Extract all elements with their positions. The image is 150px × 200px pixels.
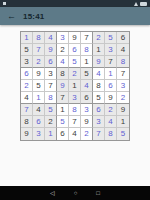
cell-r5c3[interactable]: 7 [45,80,57,92]
screen: ← 15:41 18439725657926813432645197869382… [0,0,150,200]
app-bar: ← 15:41 [0,7,150,25]
cell-r8c4[interactable]: 5 [57,116,69,128]
cell-r2c3[interactable]: 9 [45,44,57,56]
timer-title: 15:41 [23,12,44,21]
cell-r1c7[interactable]: 2 [93,32,105,44]
cell-r1c4[interactable]: 3 [57,32,69,44]
cell-r7c6[interactable]: 3 [81,104,93,116]
cell-r5c2[interactable]: 5 [33,80,45,92]
cell-r1c8[interactable]: 5 [105,32,117,44]
cell-r9c8[interactable]: 8 [105,128,117,140]
cell-r5c7[interactable]: 8 [93,80,105,92]
cell-r9c4[interactable]: 6 [57,128,69,140]
status-bar [0,0,150,7]
cell-r9c3[interactable]: 1 [45,128,57,140]
wifi-icon [134,2,138,6]
cell-r4c4[interactable]: 8 [57,68,69,80]
cell-r5c1[interactable]: 2 [21,80,33,92]
cell-r8c9[interactable]: 1 [117,116,129,128]
cell-r6c4[interactable]: 7 [57,92,69,104]
content: 1843972565792681343264519786938254172579… [0,25,150,141]
cell-r5c6[interactable]: 4 [81,80,93,92]
cell-r9c9[interactable]: 5 [117,128,129,140]
cell-r5c8[interactable]: 6 [105,80,117,92]
cell-r6c8[interactable]: 9 [105,92,117,104]
cell-r7c5[interactable]: 8 [69,104,81,116]
cell-r4c9[interactable]: 7 [117,68,129,80]
cell-r7c1[interactable]: 7 [21,104,33,116]
cell-r7c4[interactable]: 1 [57,104,69,116]
cell-r5c5[interactable]: 1 [69,80,81,92]
cell-r3c5[interactable]: 5 [69,56,81,68]
cell-r7c7[interactable]: 6 [93,104,105,116]
cell-r2c1[interactable]: 5 [21,44,33,56]
cell-r9c1[interactable]: 9 [21,128,33,140]
cell-r6c9[interactable]: 2 [117,92,129,104]
cell-r3c1[interactable]: 3 [21,56,33,68]
cell-r7c8[interactable]: 2 [105,104,117,116]
cell-r6c3[interactable]: 8 [45,92,57,104]
cell-r5c4[interactable]: 9 [57,80,69,92]
cell-r2c6[interactable]: 8 [81,44,93,56]
cell-r8c6[interactable]: 9 [81,116,93,128]
cell-r3c7[interactable]: 9 [93,56,105,68]
cell-r8c1[interactable]: 8 [21,116,33,128]
cell-r9c5[interactable]: 4 [69,128,81,140]
cell-r4c5[interactable]: 2 [69,68,81,80]
cell-r2c8[interactable]: 3 [105,44,117,56]
nav-home-button[interactable]: ○ [74,190,78,196]
cell-r6c6[interactable]: 6 [81,92,93,104]
cell-r8c3[interactable]: 2 [45,116,57,128]
cell-r4c6[interactable]: 5 [81,68,93,80]
cell-r6c7[interactable]: 5 [93,92,105,104]
cell-r2c7[interactable]: 1 [93,44,105,56]
cell-r9c7[interactable]: 7 [93,128,105,140]
cell-r4c2[interactable]: 9 [33,68,45,80]
battery-icon [140,2,147,6]
cell-r9c6[interactable]: 2 [81,128,93,140]
back-arrow-icon[interactable]: ← [7,12,16,21]
sudoku-board: 1843972565792681343264519786938254172579… [20,31,130,141]
cell-r1c2[interactable]: 8 [33,32,45,44]
cell-r4c3[interactable]: 3 [45,68,57,80]
cell-r6c1[interactable]: 4 [21,92,33,104]
cell-r3c8[interactable]: 7 [105,56,117,68]
cell-r4c8[interactable]: 1 [105,68,117,80]
cell-r8c7[interactable]: 3 [93,116,105,128]
android-nav-bar: ◁ ○ □ [0,186,150,200]
cell-r2c5[interactable]: 6 [69,44,81,56]
cell-r7c9[interactable]: 9 [117,104,129,116]
cell-r6c2[interactable]: 1 [33,92,45,104]
cell-r4c1[interactable]: 6 [21,68,33,80]
cell-r1c1[interactable]: 1 [21,32,33,44]
cell-r2c2[interactable]: 7 [33,44,45,56]
cell-r8c5[interactable]: 7 [69,116,81,128]
cell-r1c6[interactable]: 7 [81,32,93,44]
cell-r2c9[interactable]: 4 [117,44,129,56]
cell-r3c9[interactable]: 8 [117,56,129,68]
cell-r4c7[interactable]: 4 [93,68,105,80]
nav-back-button[interactable]: ◁ [50,190,55,196]
cell-r3c3[interactable]: 6 [45,56,57,68]
cell-r8c2[interactable]: 6 [33,116,45,128]
cell-r1c5[interactable]: 9 [69,32,81,44]
nav-recents-button[interactable]: □ [96,190,100,196]
cell-r6c5[interactable]: 3 [69,92,81,104]
cell-r2c4[interactable]: 2 [57,44,69,56]
cell-r3c6[interactable]: 1 [81,56,93,68]
cell-r8c8[interactable]: 4 [105,116,117,128]
cell-r9c2[interactable]: 3 [33,128,45,140]
cell-r7c2[interactable]: 4 [33,104,45,116]
notification-icon [3,2,6,5]
cell-r3c2[interactable]: 2 [33,56,45,68]
cell-r5c9[interactable]: 3 [117,80,129,92]
cell-r1c9[interactable]: 6 [117,32,129,44]
cell-r3c4[interactable]: 4 [57,56,69,68]
cell-r7c3[interactable]: 5 [45,104,57,116]
cell-r1c3[interactable]: 4 [45,32,57,44]
